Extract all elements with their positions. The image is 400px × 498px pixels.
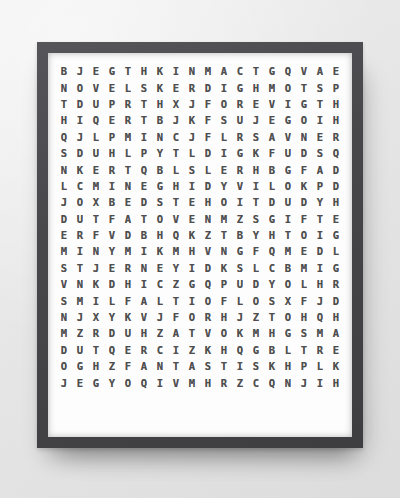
- grid-cell: I: [232, 194, 248, 210]
- grid-cell: E: [296, 243, 312, 259]
- grid-cell: L: [280, 342, 296, 358]
- grid-cell: T: [280, 227, 296, 243]
- grid-cell: D: [200, 145, 216, 161]
- grid-cell: B: [232, 227, 248, 243]
- grid-cell: L: [168, 161, 184, 177]
- grid-cell: J: [72, 309, 88, 325]
- grid-cell: R: [136, 342, 152, 358]
- grid-cell: H: [264, 325, 280, 341]
- grid-cell: T: [216, 227, 232, 243]
- grid-cell: Q: [232, 342, 248, 358]
- grid-cell: S: [184, 161, 200, 177]
- grid-cell: J: [56, 194, 72, 210]
- grid-cell: S: [312, 79, 328, 95]
- grid-cell: C: [152, 276, 168, 292]
- grid-cell: R: [232, 129, 248, 145]
- grid-cell: G: [264, 211, 280, 227]
- grid-cell: P: [136, 145, 152, 161]
- grid-cell: H: [264, 227, 280, 243]
- grid-cell: I: [312, 227, 328, 243]
- grid-cell: S: [56, 292, 72, 308]
- grid-cell: H: [248, 79, 264, 95]
- grid-cell: M: [296, 260, 312, 276]
- grid-cell: P: [104, 129, 120, 145]
- grid-cell: E: [120, 342, 136, 358]
- grid-cell: K: [184, 112, 200, 128]
- grid-cell: Y: [168, 260, 184, 276]
- grid-cell: R: [328, 129, 344, 145]
- grid-cell: L: [120, 79, 136, 95]
- grid-cell: M: [120, 129, 136, 145]
- grid-cell: H: [328, 194, 344, 210]
- grid-cell: U: [280, 194, 296, 210]
- grid-cell: N: [200, 211, 216, 227]
- grid-cell: Y: [104, 243, 120, 259]
- grid-cell: U: [88, 96, 104, 112]
- grid-cell: L: [184, 145, 200, 161]
- grid-cell: M: [312, 325, 328, 341]
- grid-cell: O: [296, 227, 312, 243]
- grid-cell: E: [312, 129, 328, 145]
- grid-cell: K: [200, 342, 216, 358]
- grid-cell: B: [280, 260, 296, 276]
- grid-cell: M: [56, 243, 72, 259]
- grid-cell: L: [312, 358, 328, 374]
- grid-cell: L: [296, 276, 312, 292]
- grid-cell: R: [328, 276, 344, 292]
- grid-cell: G: [280, 325, 296, 341]
- grid-cell: G: [72, 358, 88, 374]
- grid-cell: V: [136, 309, 152, 325]
- grid-cell: K: [216, 260, 232, 276]
- grid-cell: R: [200, 309, 216, 325]
- grid-cell: H: [136, 63, 152, 79]
- grid-cell: N: [216, 243, 232, 259]
- grid-cell: E: [136, 178, 152, 194]
- grid-cell: N: [120, 178, 136, 194]
- grid-cell: K: [248, 145, 264, 161]
- grid-cell: F: [264, 145, 280, 161]
- grid-cell: V: [280, 129, 296, 145]
- grid-cell: D: [312, 243, 328, 259]
- grid-cell: H: [200, 194, 216, 210]
- grid-cell: A: [184, 358, 200, 374]
- grid-cell: T: [296, 342, 312, 358]
- grid-cell: J: [248, 112, 264, 128]
- grid-cell: Y: [152, 145, 168, 161]
- grid-cell: I: [312, 260, 328, 276]
- grid-cell: H: [88, 358, 104, 374]
- grid-cell: J: [296, 374, 312, 390]
- grid-cell: I: [216, 145, 232, 161]
- grid-cell: H: [312, 276, 328, 292]
- grid-cell: J: [88, 260, 104, 276]
- grid-cell: M: [216, 211, 232, 227]
- grid-cell: I: [280, 211, 296, 227]
- grid-cell: L: [56, 178, 72, 194]
- grid-cell: H: [120, 276, 136, 292]
- grid-cell: M: [280, 243, 296, 259]
- grid-cell: F: [88, 227, 104, 243]
- grid-cell: V: [200, 243, 216, 259]
- grid-cell: U: [72, 342, 88, 358]
- grid-cell: T: [120, 63, 136, 79]
- grid-cell: U: [232, 276, 248, 292]
- grid-cell: H: [328, 112, 344, 128]
- grid-cell: N: [56, 161, 72, 177]
- grid-cell: K: [88, 276, 104, 292]
- grid-cell: C: [248, 374, 264, 390]
- grid-cell: D: [136, 194, 152, 210]
- grid-cell: R: [216, 374, 232, 390]
- grid-cell: S: [56, 145, 72, 161]
- grid-cell: E: [184, 211, 200, 227]
- grid-cell: S: [136, 79, 152, 95]
- grid-cell: A: [264, 129, 280, 145]
- grid-cell: G: [232, 243, 248, 259]
- grid-cell: N: [136, 260, 152, 276]
- grid-cell: T: [120, 161, 136, 177]
- grid-cell: D: [328, 178, 344, 194]
- grid-cell: F: [200, 96, 216, 112]
- grid-cell: L: [248, 260, 264, 276]
- grid-cell: I: [168, 63, 184, 79]
- grid-cell: V: [232, 178, 248, 194]
- grid-cell: K: [184, 227, 200, 243]
- grid-cell: R: [104, 161, 120, 177]
- grid-cell: J: [232, 309, 248, 325]
- grid-cell: D: [200, 260, 216, 276]
- grid-cell: J: [152, 309, 168, 325]
- grid-cell: C: [264, 260, 280, 276]
- grid-cell: S: [216, 112, 232, 128]
- grid-cell: G: [104, 63, 120, 79]
- grid-cell: N: [296, 129, 312, 145]
- grid-cell: O: [152, 211, 168, 227]
- grid-cell: R: [312, 342, 328, 358]
- grid-cell: H: [104, 145, 120, 161]
- grid-cell: Q: [264, 243, 280, 259]
- grid-cell: R: [120, 260, 136, 276]
- grid-cell: G: [328, 260, 344, 276]
- grid-cell: A: [216, 63, 232, 79]
- grid-cell: R: [232, 96, 248, 112]
- grid-cell: Q: [136, 161, 152, 177]
- grid-cell: D: [248, 276, 264, 292]
- grid-cell: R: [72, 227, 88, 243]
- grid-cell: S: [312, 145, 328, 161]
- grid-cell: L: [264, 178, 280, 194]
- grid-cell: P: [296, 358, 312, 374]
- grid-cell: I: [248, 178, 264, 194]
- grid-cell: O: [120, 374, 136, 390]
- grid-cell: S: [232, 260, 248, 276]
- grid-cell: O: [216, 194, 232, 210]
- grid-cell: X: [280, 292, 296, 308]
- grid-cell: T: [88, 342, 104, 358]
- grid-cell: K: [120, 309, 136, 325]
- grid-cell: Q: [56, 129, 72, 145]
- grid-cell: K: [152, 243, 168, 259]
- grid-cell: I: [136, 243, 152, 259]
- grid-cell: C: [72, 178, 88, 194]
- grid-cell: K: [72, 161, 88, 177]
- grid-cell: K: [296, 178, 312, 194]
- grid-cell: U: [120, 325, 136, 341]
- grid-cell: H: [136, 325, 152, 341]
- grid-cell: Q: [104, 342, 120, 358]
- grid-cell: B: [152, 161, 168, 177]
- grid-cell: A: [312, 63, 328, 79]
- grid-cell: O: [56, 358, 72, 374]
- grid-cell: A: [120, 211, 136, 227]
- grid-cell: M: [200, 63, 216, 79]
- grid-cell: E: [72, 374, 88, 390]
- grid-cell: N: [72, 276, 88, 292]
- grid-cell: N: [280, 374, 296, 390]
- grid-cell: L: [232, 292, 248, 308]
- grid-cell: T: [296, 79, 312, 95]
- poster-paper: BJEGTHKINMACTGQVAENOVELSKERDIGHMOTSPTDUP…: [48, 53, 352, 437]
- grid-cell: J: [72, 63, 88, 79]
- grid-cell: H: [328, 309, 344, 325]
- grid-cell: F: [120, 358, 136, 374]
- grid-cell: O: [216, 325, 232, 341]
- grid-cell: E: [120, 194, 136, 210]
- grid-cell: I: [104, 178, 120, 194]
- grid-cell: P: [312, 178, 328, 194]
- grid-cell: C: [168, 129, 184, 145]
- grid-cell: N: [152, 358, 168, 374]
- grid-cell: M: [72, 292, 88, 308]
- grid-cell: C: [152, 342, 168, 358]
- grid-cell: H: [280, 358, 296, 374]
- grid-cell: T: [168, 358, 184, 374]
- grid-cell: J: [184, 129, 200, 145]
- grid-cell: Z: [232, 374, 248, 390]
- grid-cell: D: [296, 194, 312, 210]
- grid-cell: Y: [264, 276, 280, 292]
- grid-cell: T: [264, 309, 280, 325]
- grid-cell: S: [200, 358, 216, 374]
- grid-cell: J: [56, 374, 72, 390]
- grid-cell: E: [56, 227, 72, 243]
- grid-cell: E: [152, 260, 168, 276]
- grid-cell: E: [88, 63, 104, 79]
- grid-cell: B: [104, 194, 120, 210]
- grid-cell: M: [184, 374, 200, 390]
- grid-cell: Z: [184, 342, 200, 358]
- grid-cell: H: [184, 243, 200, 259]
- grid-cell: O: [72, 79, 88, 95]
- grid-cell: T: [312, 96, 328, 112]
- grid-cell: Y: [248, 227, 264, 243]
- grid-cell: S: [296, 325, 312, 341]
- grid-cell: O: [200, 292, 216, 308]
- grid-cell: I: [184, 178, 200, 194]
- grid-cell: B: [264, 161, 280, 177]
- grid-cell: I: [72, 243, 88, 259]
- grid-cell: J: [72, 129, 88, 145]
- grid-cell: I: [136, 129, 152, 145]
- grid-cell: E: [88, 161, 104, 177]
- grid-cell: T: [248, 63, 264, 79]
- grid-cell: I: [152, 374, 168, 390]
- grid-cell: N: [152, 129, 168, 145]
- grid-cell: I: [136, 276, 152, 292]
- grid-cell: T: [72, 260, 88, 276]
- grid-cell: L: [104, 292, 120, 308]
- grid-cell: G: [184, 276, 200, 292]
- grid-cell: Z: [104, 358, 120, 374]
- grid-cell: N: [184, 63, 200, 79]
- grid-cell: S: [56, 260, 72, 276]
- grid-cell: T: [312, 211, 328, 227]
- grid-cell: D: [200, 79, 216, 95]
- grid-cell: S: [248, 129, 264, 145]
- grid-cell: Q: [280, 63, 296, 79]
- grid-cell: E: [168, 79, 184, 95]
- grid-cell: O: [280, 276, 296, 292]
- poster-frame: BJEGTHKINMACTGQVAENOVELSKERDIGHMOTSPTDUP…: [37, 42, 363, 448]
- grid-cell: F: [248, 243, 264, 259]
- grid-cell: H: [168, 178, 184, 194]
- grid-cell: K: [232, 325, 248, 341]
- grid-cell: I: [168, 342, 184, 358]
- grid-cell: P: [328, 79, 344, 95]
- grid-cell: I: [280, 96, 296, 112]
- grid-cell: Q: [264, 374, 280, 390]
- grid-cell: E: [328, 63, 344, 79]
- grid-cell: H: [216, 309, 232, 325]
- grid-cell: G: [248, 342, 264, 358]
- grid-cell: E: [184, 194, 200, 210]
- grid-cell: I: [232, 358, 248, 374]
- grid-cell: F: [168, 309, 184, 325]
- grid-cell: I: [184, 292, 200, 308]
- grid-cell: I: [312, 112, 328, 128]
- grid-cell: P: [216, 276, 232, 292]
- grid-cell: Z: [200, 227, 216, 243]
- grid-cell: V: [88, 79, 104, 95]
- grid-cell: G: [296, 96, 312, 112]
- grid-cell: F: [296, 292, 312, 308]
- grid-cell: G: [88, 374, 104, 390]
- grid-cell: A: [168, 325, 184, 341]
- grid-cell: J: [184, 96, 200, 112]
- grid-cell: Y: [104, 374, 120, 390]
- grid-cell: A: [328, 325, 344, 341]
- grid-cell: T: [168, 292, 184, 308]
- grid-cell: F: [216, 292, 232, 308]
- grid-cell: F: [120, 292, 136, 308]
- grid-cell: L: [328, 243, 344, 259]
- grid-cell: F: [296, 211, 312, 227]
- grid-cell: D: [56, 211, 72, 227]
- grid-cell: R: [88, 325, 104, 341]
- grid-cell: T: [136, 96, 152, 112]
- grid-cell: K: [152, 79, 168, 95]
- grid-cell: T: [136, 211, 152, 227]
- grid-cell: I: [88, 292, 104, 308]
- letter-grid: BJEGTHKINMACTGQVAENOVELSKERDIGHMOTSPTDUP…: [56, 63, 344, 391]
- grid-cell: D: [72, 145, 88, 161]
- grid-cell: Q: [168, 227, 184, 243]
- grid-cell: V: [168, 374, 184, 390]
- grid-cell: L: [200, 161, 216, 177]
- grid-cell: Q: [312, 309, 328, 325]
- grid-cell: N: [88, 243, 104, 259]
- grid-cell: U: [232, 112, 248, 128]
- grid-cell: B: [136, 227, 152, 243]
- grid-cell: M: [56, 325, 72, 341]
- grid-cell: K: [152, 63, 168, 79]
- grid-cell: V: [104, 227, 120, 243]
- grid-cell: M: [120, 243, 136, 259]
- grid-cell: T: [88, 211, 104, 227]
- grid-cell: T: [248, 194, 264, 210]
- grid-cell: X: [168, 96, 184, 112]
- grid-cell: D: [104, 325, 120, 341]
- grid-cell: G: [280, 161, 296, 177]
- grid-cell: H: [56, 112, 72, 128]
- grid-cell: V: [200, 325, 216, 341]
- grid-cell: M: [264, 79, 280, 95]
- grid-cell: L: [152, 292, 168, 308]
- grid-cell: E: [216, 161, 232, 177]
- grid-cell: P: [104, 96, 120, 112]
- grid-cell: D: [56, 342, 72, 358]
- grid-cell: O: [248, 292, 264, 308]
- grid-cell: E: [264, 112, 280, 128]
- grid-cell: M: [248, 325, 264, 341]
- grid-cell: D: [296, 145, 312, 161]
- grid-cell: O: [280, 309, 296, 325]
- grid-cell: O: [296, 112, 312, 128]
- grid-cell: T: [168, 145, 184, 161]
- grid-cell: L: [88, 129, 104, 145]
- grid-cell: Y: [104, 309, 120, 325]
- grid-cell: Q: [136, 374, 152, 390]
- grid-cell: X: [88, 309, 104, 325]
- grid-cell: O: [216, 96, 232, 112]
- grid-cell: T: [184, 325, 200, 341]
- grid-cell: J: [168, 112, 184, 128]
- grid-cell: T: [216, 358, 232, 374]
- grid-cell: Z: [152, 325, 168, 341]
- grid-cell: H: [296, 309, 312, 325]
- grid-cell: D: [264, 194, 280, 210]
- grid-cell: V: [168, 211, 184, 227]
- grid-cell: C: [232, 63, 248, 79]
- grid-cell: G: [328, 227, 344, 243]
- grid-cell: Z: [168, 276, 184, 292]
- grid-cell: A: [312, 161, 328, 177]
- wall-background: BJEGTHKINMACTGQVAENOVELSKERDIGHMOTSPTDUP…: [0, 0, 400, 498]
- grid-cell: L: [120, 145, 136, 161]
- grid-cell: H: [152, 96, 168, 112]
- grid-cell: U: [72, 211, 88, 227]
- grid-cell: I: [72, 112, 88, 128]
- grid-cell: G: [264, 63, 280, 79]
- grid-cell: O: [280, 178, 296, 194]
- grid-cell: R: [184, 79, 200, 95]
- grid-cell: S: [264, 292, 280, 308]
- grid-cell: X: [88, 194, 104, 210]
- grid-cell: T: [136, 112, 152, 128]
- grid-cell: E: [328, 342, 344, 358]
- grid-cell: A: [136, 358, 152, 374]
